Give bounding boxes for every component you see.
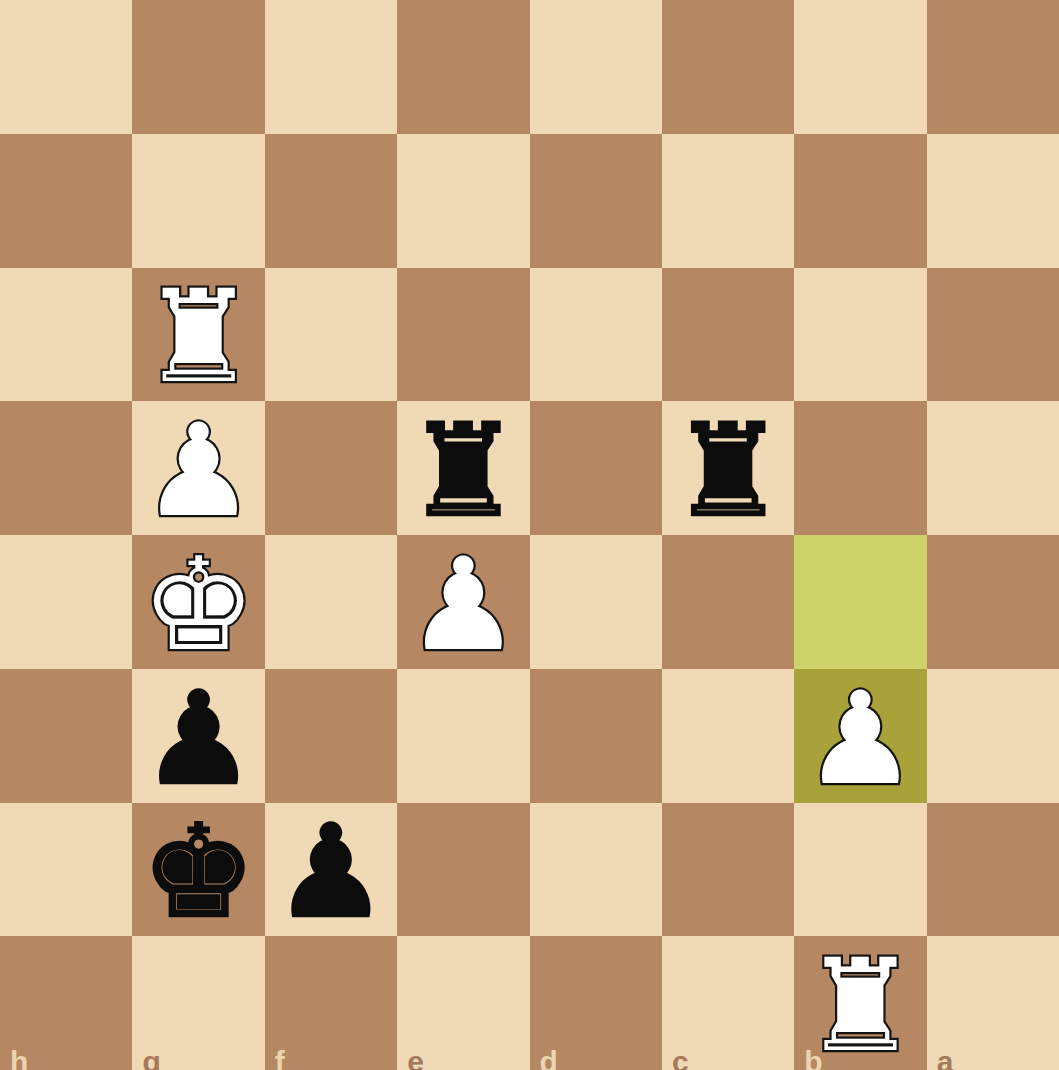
square-d1[interactable]: [530, 0, 662, 134]
square-e5[interactable]: ♟: [397, 535, 529, 669]
square-a2[interactable]: [927, 134, 1059, 268]
square-a6[interactable]: [927, 669, 1059, 803]
white-rook[interactable]: ♜: [141, 273, 256, 401]
square-h6[interactable]: [0, 669, 132, 803]
square-g4[interactable]: ♟: [132, 401, 264, 535]
square-g1[interactable]: [132, 0, 264, 134]
square-g6[interactable]: ♟: [132, 669, 264, 803]
square-b7[interactable]: [794, 803, 926, 937]
square-c6[interactable]: [662, 669, 794, 803]
square-e4[interactable]: ♜: [397, 401, 529, 535]
square-h7[interactable]: [0, 803, 132, 937]
square-e3[interactable]: [397, 268, 529, 402]
square-e8[interactable]: e: [397, 936, 529, 1070]
square-e1[interactable]: [397, 0, 529, 134]
square-d3[interactable]: [530, 268, 662, 402]
white-rook[interactable]: ♜: [803, 942, 918, 1070]
square-g8[interactable]: g: [132, 936, 264, 1070]
square-h5[interactable]: [0, 535, 132, 669]
file-label-e: e: [407, 1047, 424, 1070]
square-b4[interactable]: [794, 401, 926, 535]
file-label-f: f: [275, 1047, 285, 1070]
square-d8[interactable]: d: [530, 936, 662, 1070]
file-label-d: d: [540, 1047, 558, 1070]
square-a8[interactable]: a: [927, 936, 1059, 1070]
file-label-c: c: [672, 1047, 689, 1070]
square-f1[interactable]: [265, 0, 397, 134]
square-d6[interactable]: [530, 669, 662, 803]
square-g3[interactable]: ♜: [132, 268, 264, 402]
square-e7[interactable]: [397, 803, 529, 937]
file-label-a: a: [937, 1047, 954, 1070]
square-f2[interactable]: [265, 134, 397, 268]
square-c3[interactable]: [662, 268, 794, 402]
square-c8[interactable]: c: [662, 936, 794, 1070]
square-c7[interactable]: [662, 803, 794, 937]
square-a7[interactable]: [927, 803, 1059, 937]
black-pawn[interactable]: ♟: [141, 675, 256, 803]
square-c5[interactable]: [662, 535, 794, 669]
square-b3[interactable]: [794, 268, 926, 402]
square-h2[interactable]: [0, 134, 132, 268]
black-rook[interactable]: ♜: [406, 407, 521, 535]
square-e6[interactable]: [397, 669, 529, 803]
black-king[interactable]: ♚: [141, 808, 256, 936]
square-f7[interactable]: ♟: [265, 803, 397, 937]
square-b5[interactable]: [794, 535, 926, 669]
square-c4[interactable]: ♜: [662, 401, 794, 535]
white-king[interactable]: ♚: [141, 541, 256, 669]
white-pawn[interactable]: ♟: [803, 675, 918, 803]
square-f8[interactable]: f: [265, 936, 397, 1070]
white-pawn[interactable]: ♟: [406, 541, 521, 669]
chess-board: ♜♟♜♜♚♟♟♟♚♟hgfedc♜ba: [0, 0, 1059, 1070]
square-e2[interactable]: [397, 134, 529, 268]
square-f5[interactable]: [265, 535, 397, 669]
square-a3[interactable]: [927, 268, 1059, 402]
square-a1[interactable]: [927, 0, 1059, 134]
black-pawn[interactable]: ♟: [274, 808, 389, 936]
square-h3[interactable]: [0, 268, 132, 402]
square-d2[interactable]: [530, 134, 662, 268]
square-d4[interactable]: [530, 401, 662, 535]
square-b2[interactable]: [794, 134, 926, 268]
square-f3[interactable]: [265, 268, 397, 402]
square-a5[interactable]: [927, 535, 1059, 669]
square-g7[interactable]: ♚: [132, 803, 264, 937]
square-b1[interactable]: [794, 0, 926, 134]
square-h8[interactable]: h: [0, 936, 132, 1070]
square-h1[interactable]: [0, 0, 132, 134]
file-label-h: h: [10, 1047, 28, 1070]
square-f6[interactable]: [265, 669, 397, 803]
square-b8[interactable]: ♜b: [794, 936, 926, 1070]
square-a4[interactable]: [927, 401, 1059, 535]
square-b6[interactable]: ♟: [794, 669, 926, 803]
square-g2[interactable]: [132, 134, 264, 268]
square-g5[interactable]: ♚: [132, 535, 264, 669]
square-d7[interactable]: [530, 803, 662, 937]
square-c1[interactable]: [662, 0, 794, 134]
square-f4[interactable]: [265, 401, 397, 535]
file-label-g: g: [142, 1047, 160, 1070]
white-pawn[interactable]: ♟: [141, 407, 256, 535]
square-d5[interactable]: [530, 535, 662, 669]
square-c2[interactable]: [662, 134, 794, 268]
square-h4[interactable]: [0, 401, 132, 535]
black-rook[interactable]: ♜: [671, 407, 786, 535]
